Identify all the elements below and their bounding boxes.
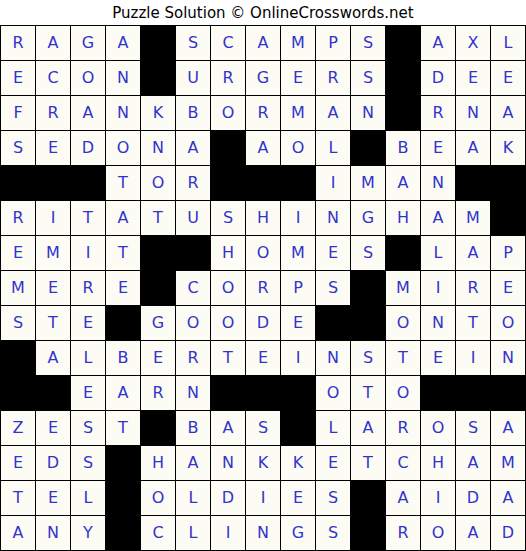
cell-letter: A (468, 455, 479, 471)
letter-cell: T (386, 341, 420, 375)
cell-letter: L (189, 490, 198, 506)
letter-cell: G (71, 26, 105, 60)
cell-letter: N (187, 385, 199, 401)
puzzle-solution-page: Puzzle Solution © OnlineCrosswords.net R… (0, 0, 526, 551)
cell-letter: D (432, 70, 444, 86)
cell-letter: E (433, 140, 443, 156)
cell-letter: K (503, 140, 514, 156)
cell-letter: E (83, 385, 93, 401)
cell-letter: H (432, 455, 444, 471)
cell-letter: O (222, 315, 235, 331)
cell-letter: A (398, 175, 409, 191)
letter-cell: Y (71, 516, 105, 550)
cell-letter: A (48, 350, 59, 366)
cell-letter: I (296, 210, 301, 226)
cell-letter: E (48, 490, 58, 506)
letter-cell: E (316, 236, 350, 270)
letter-cell: R (176, 341, 210, 375)
letter-cell: M (491, 446, 525, 480)
cell-letter: S (363, 70, 373, 86)
letter-cell: P (491, 236, 525, 270)
cell-letter: O (117, 140, 130, 156)
letter-cell: N (316, 341, 350, 375)
cell-letter: E (48, 280, 58, 296)
letter-cell: I (36, 201, 70, 235)
cell-letter: A (468, 140, 479, 156)
cell-letter: L (504, 35, 513, 51)
letter-cell: E (421, 131, 455, 165)
cell-letter: I (471, 350, 476, 366)
letter-cell: A (351, 411, 385, 445)
cell-letter: N (432, 175, 444, 191)
block-cell (351, 271, 385, 305)
letter-cell: S (351, 61, 385, 95)
letter-cell: R (141, 376, 175, 410)
letter-cell: R (386, 516, 420, 550)
letter-cell: O (211, 306, 245, 340)
letter-cell: N (491, 341, 525, 375)
cell-letter: K (153, 105, 164, 121)
letter-cell: R (386, 411, 420, 445)
cell-letter: L (329, 140, 338, 156)
letter-cell: E (281, 61, 315, 95)
letter-cell: I (421, 271, 455, 305)
letter-cell: C (211, 26, 245, 60)
letter-cell: R (1, 26, 35, 60)
block-cell (71, 166, 105, 200)
cell-letter: N (327, 350, 339, 366)
cell-letter: L (84, 350, 93, 366)
letter-cell: L (421, 236, 455, 270)
letter-cell: D (246, 306, 280, 340)
cell-letter: E (13, 245, 23, 261)
crossword-grid: RAGASCAMPSAXLECONURGERSDEEFRANKBORMANRNA… (0, 25, 526, 551)
cell-letter: T (13, 490, 23, 506)
cell-letter: K (258, 455, 269, 471)
cell-letter: R (257, 105, 268, 121)
letter-cell: E (316, 446, 350, 480)
letter-cell: G (281, 516, 315, 550)
block-cell (141, 26, 175, 60)
letter-cell: E (141, 341, 175, 375)
letter-cell: R (36, 96, 70, 130)
letter-cell: T (1, 481, 35, 515)
cell-letter: E (258, 350, 268, 366)
cell-letter: I (296, 350, 301, 366)
letter-cell: L (316, 131, 350, 165)
cell-letter: G (292, 525, 304, 541)
letter-cell: E (71, 376, 105, 410)
letter-cell: A (421, 201, 455, 235)
block-cell (211, 376, 245, 410)
cell-letter: A (328, 105, 339, 121)
letter-cell: O (386, 376, 420, 410)
letter-cell: D (36, 446, 70, 480)
letter-cell: G (246, 61, 280, 95)
cell-letter: N (152, 140, 164, 156)
block-cell (211, 131, 245, 165)
letter-cell: S (1, 131, 35, 165)
cell-letter: S (363, 35, 373, 51)
block-cell (316, 306, 350, 340)
cell-letter: I (226, 525, 231, 541)
letter-cell: O (71, 61, 105, 95)
cell-letter: R (467, 280, 478, 296)
cell-letter: I (436, 490, 441, 506)
letter-cell: A (456, 131, 490, 165)
cell-letter: M (291, 105, 305, 121)
letter-cell: T (351, 376, 385, 410)
cell-letter: R (397, 525, 408, 541)
block-cell (106, 446, 140, 480)
letter-cell: N (456, 96, 490, 130)
block-cell (456, 166, 490, 200)
letter-cell: N (176, 376, 210, 410)
cell-letter: E (468, 70, 478, 86)
cell-letter: I (331, 175, 336, 191)
cell-letter: T (363, 455, 373, 471)
letter-cell: E (456, 61, 490, 95)
block-cell (176, 236, 210, 270)
letter-cell: S (316, 271, 350, 305)
letter-cell: O (211, 271, 245, 305)
cell-letter: D (47, 455, 59, 471)
letter-cell: H (211, 236, 245, 270)
cell-letter: R (82, 280, 93, 296)
letter-cell: I (281, 201, 315, 235)
cell-letter: N (502, 350, 514, 366)
letter-cell: E (1, 236, 35, 270)
letter-cell: H (246, 201, 280, 235)
cell-letter: M (466, 210, 480, 226)
cell-letter: L (329, 420, 338, 436)
letter-cell: O (281, 131, 315, 165)
cell-letter: K (293, 455, 304, 471)
letter-cell: N (246, 516, 280, 550)
cell-letter: R (12, 35, 23, 51)
cell-letter: I (261, 490, 266, 506)
block-cell (386, 26, 420, 60)
block-cell (211, 166, 245, 200)
letter-cell: S (71, 446, 105, 480)
letter-cell: N (106, 61, 140, 95)
cell-letter: H (222, 245, 234, 261)
cell-letter: O (187, 315, 200, 331)
cell-letter: B (398, 140, 409, 156)
letter-cell: A (106, 26, 140, 60)
block-cell (281, 376, 315, 410)
cell-letter: D (502, 525, 514, 541)
cell-letter: L (434, 245, 443, 261)
cell-letter: N (257, 525, 269, 541)
cell-letter: T (153, 210, 163, 226)
cell-letter: A (188, 455, 199, 471)
letter-cell: O (491, 306, 525, 340)
cell-letter: R (47, 105, 58, 121)
letter-cell: N (106, 96, 140, 130)
letter-cell: G (141, 306, 175, 340)
letter-cell: R (71, 271, 105, 305)
letter-cell: T (106, 166, 140, 200)
letter-cell: E (1, 446, 35, 480)
cell-letter: A (13, 525, 24, 541)
cell-letter: S (328, 280, 338, 296)
letter-cell: I (211, 516, 245, 550)
cell-letter: S (83, 420, 93, 436)
cell-letter: T (398, 350, 408, 366)
letter-cell: H (386, 201, 420, 235)
cell-letter: E (293, 490, 303, 506)
letter-cell: T (141, 201, 175, 235)
cell-letter: A (433, 210, 444, 226)
block-cell (36, 376, 70, 410)
cell-letter: E (503, 280, 513, 296)
block-cell (351, 306, 385, 340)
letter-cell: A (456, 236, 490, 270)
letter-cell: A (386, 481, 420, 515)
cell-letter: D (467, 490, 479, 506)
letter-cell: I (456, 341, 490, 375)
letter-cell: E (246, 341, 280, 375)
letter-cell: X (456, 26, 490, 60)
block-cell (351, 131, 385, 165)
block-cell (281, 166, 315, 200)
cell-letter: T (223, 350, 233, 366)
letter-cell: S (351, 341, 385, 375)
cell-letter: C (47, 70, 58, 86)
cell-letter: X (468, 35, 479, 51)
letter-cell: O (246, 236, 280, 270)
block-cell (386, 236, 420, 270)
block-cell (421, 376, 455, 410)
letter-cell: E (36, 411, 70, 445)
letter-cell: L (176, 481, 210, 515)
letter-cell: A (176, 131, 210, 165)
cell-letter: T (118, 245, 128, 261)
letter-cell: N (141, 131, 175, 165)
letter-cell: K (491, 131, 525, 165)
letter-cell: A (246, 131, 280, 165)
cell-letter: N (117, 70, 129, 86)
letter-cell: M (36, 236, 70, 270)
cell-letter: S (328, 490, 338, 506)
letter-cell: E (36, 271, 70, 305)
block-cell (141, 61, 175, 95)
cell-letter: E (433, 350, 443, 366)
cell-letter: M (361, 175, 375, 191)
letter-cell: O (106, 131, 140, 165)
cell-letter: I (436, 280, 441, 296)
letter-cell: M (386, 271, 420, 305)
letter-cell: O (141, 166, 175, 200)
cell-letter: S (223, 210, 233, 226)
block-cell (141, 236, 175, 270)
cell-letter: O (327, 385, 340, 401)
block-cell (1, 166, 35, 200)
letter-cell: A (176, 446, 210, 480)
cell-letter: E (328, 245, 338, 261)
letter-cell: L (176, 516, 210, 550)
letter-cell: C (141, 516, 175, 550)
block-cell (351, 516, 385, 550)
letter-cell: I (421, 481, 455, 515)
letter-cell: R (456, 271, 490, 305)
cell-letter: O (432, 420, 445, 436)
cell-letter: O (292, 140, 305, 156)
cell-letter: T (118, 420, 128, 436)
letter-cell: T (106, 236, 140, 270)
letter-cell: E (491, 271, 525, 305)
letter-cell: A (491, 481, 525, 515)
letter-cell: A (491, 411, 525, 445)
cell-letter: C (152, 525, 163, 541)
cell-letter: M (291, 35, 305, 51)
cell-letter: E (293, 315, 303, 331)
cell-letter: T (468, 315, 478, 331)
cell-letter: N (432, 315, 444, 331)
letter-cell: E (71, 306, 105, 340)
cell-letter: T (118, 175, 128, 191)
cell-letter: A (48, 35, 59, 51)
letter-cell: M (351, 166, 385, 200)
block-cell (351, 481, 385, 515)
letter-cell: N (351, 96, 385, 130)
block-cell (246, 166, 280, 200)
cell-letter: T (83, 210, 93, 226)
cell-letter: M (11, 280, 25, 296)
cell-letter: E (293, 70, 303, 86)
cell-letter: P (293, 280, 303, 296)
cell-letter: A (468, 525, 479, 541)
letter-cell: O (316, 376, 350, 410)
letter-cell: M (281, 236, 315, 270)
letter-cell: D (71, 131, 105, 165)
cell-letter: E (48, 420, 58, 436)
cell-letter: H (397, 210, 409, 226)
letter-cell: T (106, 411, 140, 445)
cell-letter: E (48, 140, 58, 156)
cell-letter: R (257, 280, 268, 296)
letter-cell: D (421, 61, 455, 95)
cell-letter: R (222, 70, 233, 86)
letter-cell: S (316, 516, 350, 550)
cell-letter: T (363, 385, 373, 401)
cell-letter: I (51, 210, 56, 226)
cell-letter: S (328, 525, 338, 541)
cell-letter: S (13, 315, 23, 331)
block-cell (386, 96, 420, 130)
letter-cell: N (316, 201, 350, 235)
cell-letter: N (327, 210, 339, 226)
letter-cell: T (456, 306, 490, 340)
letter-cell: A (456, 446, 490, 480)
cell-letter: N (467, 105, 479, 121)
letter-cell: T (71, 201, 105, 235)
cell-letter: C (187, 280, 198, 296)
cell-letter: O (152, 490, 165, 506)
cell-letter: H (257, 210, 269, 226)
block-cell (106, 306, 140, 340)
cell-letter: O (502, 315, 515, 331)
cell-letter: N (117, 105, 129, 121)
letter-cell: R (1, 201, 35, 235)
cell-letter: A (433, 35, 444, 51)
letter-cell: T (211, 341, 245, 375)
letter-cell: B (176, 411, 210, 445)
cell-letter: U (187, 210, 199, 226)
cell-letter: O (432, 525, 445, 541)
letter-cell: A (36, 26, 70, 60)
letter-cell: L (71, 341, 105, 375)
cell-letter: E (83, 315, 93, 331)
block-cell (141, 411, 175, 445)
letter-cell: O (421, 516, 455, 550)
letter-cell: L (316, 411, 350, 445)
cell-letter: O (397, 385, 410, 401)
cell-letter: A (503, 105, 514, 121)
block-cell (141, 271, 175, 305)
letter-cell: A (386, 166, 420, 200)
letter-cell: G (351, 201, 385, 235)
cell-letter: A (468, 245, 479, 261)
letter-cell: E (1, 61, 35, 95)
letter-cell: S (1, 306, 35, 340)
cell-letter: R (187, 175, 198, 191)
block-cell (491, 376, 525, 410)
letter-cell: E (281, 306, 315, 340)
letter-cell: A (211, 411, 245, 445)
cell-letter: R (397, 420, 408, 436)
letter-cell: S (456, 411, 490, 445)
letter-cell: R (246, 271, 280, 305)
letter-cell: D (491, 516, 525, 550)
letter-cell: N (421, 306, 455, 340)
letter-cell: B (106, 341, 140, 375)
letter-cell: A (456, 516, 490, 550)
letter-cell: A (491, 96, 525, 130)
cell-letter: B (188, 420, 199, 436)
cell-letter: F (13, 105, 22, 121)
cell-letter: I (86, 245, 91, 261)
cell-letter: S (83, 455, 93, 471)
cell-letter: E (13, 455, 23, 471)
letter-cell: K (141, 96, 175, 130)
letter-cell: A (421, 26, 455, 60)
letter-cell: I (71, 236, 105, 270)
cell-letter: C (222, 35, 233, 51)
block-cell (281, 411, 315, 445)
letter-cell: N (211, 446, 245, 480)
letter-cell: S (351, 236, 385, 270)
letter-cell: A (106, 201, 140, 235)
cell-letter: G (152, 315, 164, 331)
cell-letter: E (328, 455, 338, 471)
block-cell (386, 61, 420, 95)
letter-cell: E (36, 481, 70, 515)
cell-letter: A (118, 35, 129, 51)
cell-letter: O (152, 175, 165, 191)
cell-letter: U (187, 70, 199, 86)
cell-letter: N (222, 455, 234, 471)
letter-cell: B (176, 96, 210, 130)
cell-letter: P (503, 245, 513, 261)
letter-cell: U (176, 201, 210, 235)
cell-letter: D (222, 490, 234, 506)
cell-letter: M (396, 280, 410, 296)
cell-letter: M (46, 245, 60, 261)
cell-letter: D (257, 315, 269, 331)
cell-letter: E (153, 350, 163, 366)
